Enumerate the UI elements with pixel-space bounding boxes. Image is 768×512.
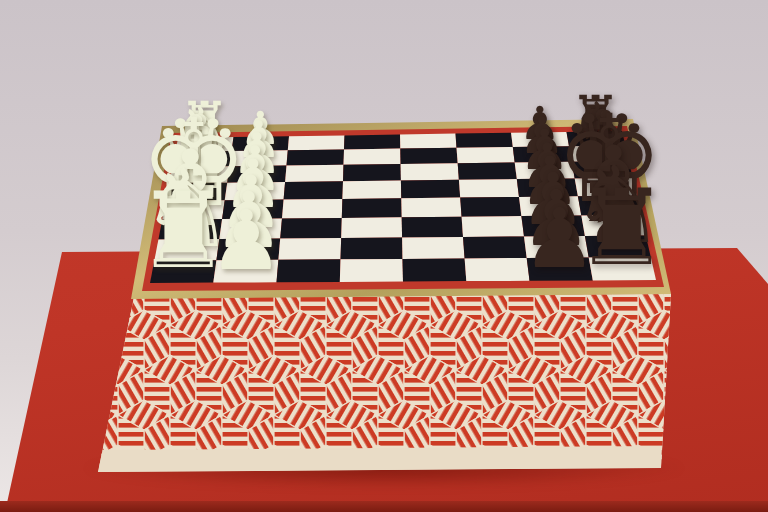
pieces-layer: ♜♟♟♜♞♟♟♞♝♟♟♝♛♟♟♛♚♟♟♚♝♟♟♝♞♟♟♞♜♟♟♜ — [0, 0, 768, 512]
white-rook: ♜ — [136, 179, 230, 284]
chess-cake-photo: ♜♟♟♜♞♟♟♞♝♟♟♝♛♟♟♛♚♟♟♚♝♟♟♝♞♟♟♞♜♟♟♜ — [0, 0, 768, 512]
black-pawn: ♟ — [522, 197, 596, 279]
